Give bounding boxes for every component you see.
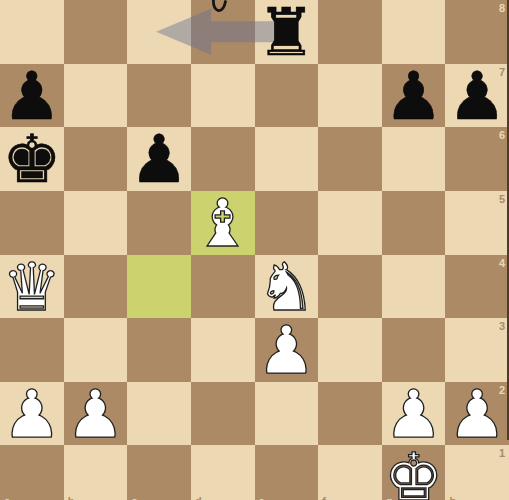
- piece-black-pawn-h7[interactable]: ♟: [445, 65, 509, 129]
- piece-white-pawn-g2[interactable]: ♟: [382, 383, 446, 447]
- piece-black-pawn-a7[interactable]: ♟: [0, 65, 64, 129]
- piece-white-king-g1[interactable]: ♚: [382, 446, 446, 500]
- piece-white-pawn-h2[interactable]: ♟: [445, 383, 509, 447]
- chess-board-screenshot: 8765432abcdefg1h ♜♟♟♟♚♟♝♛♞♟♟♟♟♟♚: [0, 0, 509, 500]
- piece-white-knight-e4[interactable]: ♞: [255, 256, 319, 320]
- piece-white-bishop-d5[interactable]: ♝: [191, 192, 255, 256]
- piece-black-pawn-g7[interactable]: ♟: [382, 65, 446, 129]
- piece-black-king-a6[interactable]: ♚: [0, 128, 64, 192]
- piece-white-pawn-e3[interactable]: ♟: [255, 319, 319, 383]
- piece-white-pawn-b2[interactable]: ♟: [64, 383, 128, 447]
- piece-black-rook-e8[interactable]: ♜: [255, 1, 319, 65]
- piece-white-queen-a4[interactable]: ♛: [0, 256, 64, 320]
- pieces-layer: ♜♟♟♟♚♟♝♛♞♟♟♟♟♟♚: [0, 0, 509, 500]
- piece-white-pawn-a2[interactable]: ♟: [0, 383, 64, 447]
- piece-black-pawn-c6[interactable]: ♟: [127, 128, 191, 192]
